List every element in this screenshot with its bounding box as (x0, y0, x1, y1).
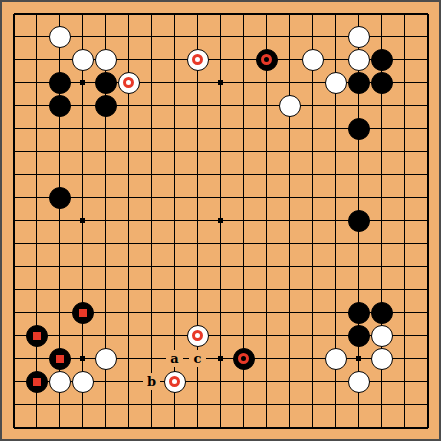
black-stone[interactable] (256, 49, 278, 71)
point-label-b[interactable]: b (143, 373, 160, 390)
white-stone[interactable] (348, 26, 370, 48)
go-board[interactable]: abc (2, 2, 439, 439)
white-stone[interactable] (325, 348, 347, 370)
board-cells: abc (2, 2, 439, 439)
black-stone[interactable] (348, 210, 370, 232)
white-stone[interactable] (325, 72, 347, 94)
white-stone[interactable] (164, 371, 186, 393)
black-stone[interactable] (348, 325, 370, 347)
square-mark (56, 355, 64, 363)
black-stone[interactable] (348, 118, 370, 140)
circle-mark (169, 376, 180, 387)
circle-mark (123, 77, 134, 88)
circle-mark (238, 353, 249, 364)
white-stone[interactable] (187, 49, 209, 71)
black-stone[interactable] (49, 187, 71, 209)
black-stone[interactable] (49, 72, 71, 94)
point-label-a[interactable]: a (166, 350, 183, 367)
white-stone[interactable] (118, 72, 140, 94)
black-stone[interactable] (348, 72, 370, 94)
white-stone[interactable] (49, 371, 71, 393)
circle-mark (192, 330, 203, 341)
circle-mark (192, 54, 203, 65)
white-stone[interactable] (72, 49, 94, 71)
point-label-c[interactable]: c (189, 350, 206, 367)
square-mark (33, 378, 41, 386)
white-stone[interactable] (72, 371, 94, 393)
go-board-frame: abc (0, 0, 441, 441)
black-stone[interactable] (49, 348, 71, 370)
white-stone[interactable] (49, 26, 71, 48)
black-stone[interactable] (371, 49, 393, 71)
black-stone[interactable] (371, 302, 393, 324)
black-stone[interactable] (371, 72, 393, 94)
black-stone[interactable] (348, 302, 370, 324)
black-stone[interactable] (26, 325, 48, 347)
black-stone[interactable] (49, 95, 71, 117)
black-stone[interactable] (95, 72, 117, 94)
white-stone[interactable] (371, 325, 393, 347)
white-stone[interactable] (371, 348, 393, 370)
circle-mark (261, 54, 272, 65)
black-stone[interactable] (233, 348, 255, 370)
white-stone[interactable] (95, 348, 117, 370)
white-stone[interactable] (302, 49, 324, 71)
black-stone[interactable] (26, 371, 48, 393)
black-stone[interactable] (95, 95, 117, 117)
square-mark (33, 332, 41, 340)
white-stone[interactable] (187, 325, 209, 347)
white-stone[interactable] (279, 95, 301, 117)
white-stone[interactable] (348, 49, 370, 71)
white-stone[interactable] (348, 371, 370, 393)
black-stone[interactable] (72, 302, 94, 324)
white-stone[interactable] (95, 49, 117, 71)
square-mark (79, 309, 87, 317)
